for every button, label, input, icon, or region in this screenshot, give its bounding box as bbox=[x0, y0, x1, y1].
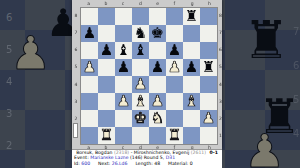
square-e6[interactable] bbox=[149, 42, 166, 59]
square-f8[interactable] bbox=[166, 8, 183, 25]
rank-label: 8 bbox=[219, 14, 222, 19]
game-result: 0-1 bbox=[210, 150, 218, 155]
square-f7[interactable] bbox=[166, 25, 183, 42]
white-pawn-icon[interactable]: ♟ bbox=[202, 111, 215, 126]
id-label: Id: bbox=[74, 161, 80, 166]
event-detail: (146) Round 5, bbox=[130, 155, 164, 160]
black-rook-icon[interactable]: ♜ bbox=[185, 9, 198, 24]
black-pawn-icon[interactable]: ♟ bbox=[151, 60, 164, 75]
chess-board[interactable]: ♜♟♞♚♟♝♝♟♟♟♟♟♟♜♟♟♝♟♝♚♞♟♜♜ bbox=[80, 7, 218, 145]
square-b8[interactable] bbox=[98, 8, 115, 25]
white-to-move-indicator bbox=[73, 123, 78, 138]
square-e2[interactable]: ♞ bbox=[149, 110, 166, 127]
square-e5[interactable]: ♟ bbox=[149, 59, 166, 76]
rank-label: 1 bbox=[219, 134, 222, 139]
square-g6[interactable] bbox=[183, 42, 200, 59]
square-c6[interactable]: ♝ bbox=[115, 42, 132, 59]
rank-label: 5 bbox=[219, 65, 222, 70]
rank-label: 7 bbox=[219, 31, 222, 36]
rank-label: 4 bbox=[75, 83, 78, 88]
square-g5[interactable]: ♟ bbox=[183, 59, 200, 76]
rank-label: 2 bbox=[75, 117, 78, 122]
square-h6[interactable] bbox=[200, 42, 217, 59]
square-d2[interactable]: ♚ bbox=[132, 110, 149, 127]
rank-label: 8 bbox=[75, 14, 78, 19]
file-label: c bbox=[122, 2, 124, 7]
square-b6[interactable]: ♟ bbox=[98, 42, 115, 59]
white-elo: (2318) bbox=[114, 150, 129, 155]
white-player-name: Borsuk, Bogdan bbox=[76, 150, 112, 155]
file-label: h bbox=[208, 2, 211, 7]
white-pawn-icon[interactable]: ♟ bbox=[83, 60, 96, 75]
players-separator: - bbox=[131, 150, 133, 155]
chess-board-frame: abcdefgh abcdefgh 87654321 87654321 ♜♟♞♚… bbox=[72, 0, 222, 149]
square-a8[interactable] bbox=[81, 8, 98, 25]
black-rook-icon[interactable]: ♜ bbox=[202, 60, 215, 75]
black-bishop-icon[interactable]: ♝ bbox=[117, 43, 130, 58]
white-pawn-icon[interactable]: ♟ bbox=[151, 94, 164, 109]
square-e4[interactable] bbox=[149, 76, 166, 93]
eco-code-link[interactable]: D31 bbox=[166, 155, 175, 160]
game-info-panel: Borsuk, Bogdan (2318) - Miroshnichenko, … bbox=[72, 149, 222, 168]
rank-label: 7 bbox=[75, 31, 78, 36]
length-label: Length: 48 bbox=[135, 161, 160, 166]
square-e7[interactable]: ♚ bbox=[149, 25, 166, 42]
square-d6[interactable]: ♝ bbox=[132, 42, 149, 59]
white-rook-icon[interactable]: ♜ bbox=[168, 128, 181, 143]
square-b1[interactable]: ♜ bbox=[98, 127, 115, 144]
square-a6[interactable] bbox=[81, 42, 98, 59]
black-player-name: Miroshnichenko, Evgenij bbox=[134, 150, 190, 155]
black-pawn-icon[interactable]: ♟ bbox=[185, 60, 198, 75]
square-h1[interactable] bbox=[200, 127, 217, 144]
square-g2[interactable] bbox=[183, 110, 200, 127]
square-a1[interactable] bbox=[81, 127, 98, 144]
event-label: Event: bbox=[74, 155, 89, 160]
material-label: Material: 0 bbox=[168, 161, 193, 166]
square-e3[interactable]: ♟ bbox=[149, 93, 166, 110]
rank-label: 3 bbox=[219, 100, 222, 105]
square-h7[interactable] bbox=[200, 25, 217, 42]
square-c3[interactable]: ♟ bbox=[115, 93, 132, 110]
square-a2[interactable] bbox=[81, 110, 98, 127]
square-g3[interactable]: ♝ bbox=[183, 93, 200, 110]
square-c4[interactable] bbox=[115, 76, 132, 93]
black-pawn-icon[interactable]: ♟ bbox=[100, 43, 113, 58]
square-d3[interactable]: ♝ bbox=[132, 93, 149, 110]
square-f4[interactable] bbox=[166, 76, 183, 93]
file-label: e bbox=[156, 2, 159, 7]
square-d4[interactable]: ♟ bbox=[132, 76, 149, 93]
black-pawn-icon[interactable]: ♟ bbox=[168, 43, 181, 58]
event-link[interactable]: Marianske Lazne bbox=[90, 155, 128, 160]
square-e1[interactable] bbox=[149, 127, 166, 144]
white-bishop-icon[interactable]: ♝ bbox=[134, 94, 147, 109]
square-c5[interactable]: ♟ bbox=[115, 59, 132, 76]
black-pawn-icon[interactable]: ♟ bbox=[83, 26, 96, 41]
file-label: b bbox=[104, 2, 107, 7]
square-a3[interactable] bbox=[81, 93, 98, 110]
square-f2[interactable] bbox=[166, 110, 183, 127]
square-h8[interactable] bbox=[200, 8, 217, 25]
next-move-label: Next: bbox=[98, 161, 110, 166]
square-g8[interactable]: ♜ bbox=[183, 8, 200, 25]
black-king-icon[interactable]: ♚ bbox=[151, 26, 164, 41]
chess-app-screenshot: 654327654♟♟♜♜♟ abcdefgh abcdefgh 8765432… bbox=[0, 0, 300, 168]
black-bishop-icon[interactable]: ♝ bbox=[134, 43, 147, 58]
square-h2[interactable]: ♟ bbox=[200, 110, 217, 127]
rank-label: 3 bbox=[75, 100, 78, 105]
white-pawn-icon[interactable]: ♟ bbox=[117, 94, 130, 109]
square-b3[interactable] bbox=[98, 93, 115, 110]
square-g1[interactable] bbox=[183, 127, 200, 144]
square-h5[interactable]: ♜ bbox=[200, 59, 217, 76]
black-pawn-icon[interactable]: ♟ bbox=[117, 60, 130, 75]
square-d7[interactable]: ♞ bbox=[132, 25, 149, 42]
file-label: f bbox=[173, 2, 175, 7]
rank-label: 6 bbox=[75, 48, 78, 53]
square-a4[interactable] bbox=[81, 76, 98, 93]
file-label: g bbox=[191, 2, 194, 7]
white-bishop-icon[interactable]: ♝ bbox=[185, 94, 198, 109]
square-h4[interactable] bbox=[200, 76, 217, 93]
black-knight-icon[interactable]: ♞ bbox=[134, 26, 147, 41]
square-b4[interactable] bbox=[98, 76, 115, 93]
square-g4[interactable] bbox=[183, 76, 200, 93]
rank-label: 6 bbox=[219, 48, 222, 53]
square-h3[interactable] bbox=[200, 93, 217, 110]
square-e8[interactable] bbox=[149, 8, 166, 25]
square-c7[interactable] bbox=[115, 25, 132, 42]
white-pawn-icon[interactable]: ♟ bbox=[134, 77, 147, 92]
stats-line: Id: 600 Next: 26.Ld6 Length: 48 Material… bbox=[72, 162, 222, 167]
id-link[interactable]: 600 bbox=[81, 161, 90, 166]
square-a7[interactable]: ♟ bbox=[81, 25, 98, 42]
white-rook-icon[interactable]: ♜ bbox=[100, 128, 113, 143]
file-label: a bbox=[87, 2, 90, 7]
square-f3[interactable] bbox=[166, 93, 183, 110]
rank-label: 2 bbox=[219, 117, 222, 122]
square-d8[interactable] bbox=[132, 8, 149, 25]
square-f5[interactable]: ♟ bbox=[166, 59, 183, 76]
square-c8[interactable] bbox=[115, 8, 132, 25]
square-f1[interactable]: ♜ bbox=[166, 127, 183, 144]
square-b2[interactable] bbox=[98, 110, 115, 127]
rank-label: 5 bbox=[75, 65, 78, 70]
square-d5[interactable] bbox=[132, 59, 149, 76]
square-c1[interactable] bbox=[115, 127, 132, 144]
square-d1[interactable] bbox=[132, 127, 149, 144]
file-label: d bbox=[139, 2, 142, 7]
white-king-icon[interactable]: ♚ bbox=[134, 111, 147, 126]
white-knight-icon[interactable]: ♞ bbox=[151, 111, 164, 126]
square-c2[interactable] bbox=[115, 110, 132, 127]
white-pawn-icon[interactable]: ♟ bbox=[168, 60, 181, 75]
black-elo: (2611) bbox=[191, 150, 206, 155]
square-b5[interactable] bbox=[98, 59, 115, 76]
rank-label: 4 bbox=[219, 83, 222, 88]
next-move-link[interactable]: 26.Ld6 bbox=[112, 161, 128, 166]
square-f6[interactable]: ♟ bbox=[166, 42, 183, 59]
square-a5[interactable]: ♟ bbox=[81, 59, 98, 76]
square-b7[interactable] bbox=[98, 25, 115, 42]
square-g7[interactable] bbox=[183, 25, 200, 42]
